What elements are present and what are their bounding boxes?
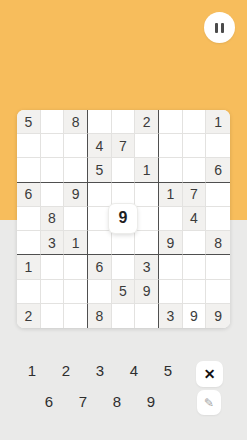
cell-r6c5[interactable] (112, 231, 136, 255)
cell-r2c7[interactable] (159, 134, 183, 158)
cell-r9c9[interactable]: 9 (206, 304, 230, 328)
cell-r9c5[interactable] (112, 304, 136, 328)
cell-r8c8[interactable] (183, 280, 207, 304)
cell-r6c8[interactable] (183, 231, 207, 255)
cell-r1c9[interactable]: 1 (206, 110, 230, 134)
pause-icon (215, 23, 224, 33)
cell-r4c9[interactable] (206, 183, 230, 207)
cell-r4c7[interactable]: 1 (159, 183, 183, 207)
cell-r9c4[interactable]: 8 (88, 304, 112, 328)
cell-r1c3[interactable]: 8 (64, 110, 88, 134)
cell-r7c4[interactable]: 6 (88, 255, 112, 279)
cell-r7c1[interactable]: 1 (17, 255, 41, 279)
numpad-5[interactable]: 5 (158, 361, 178, 381)
cell-r2c6[interactable] (135, 134, 159, 158)
cell-r1c8[interactable] (183, 110, 207, 134)
numpad-8[interactable]: 8 (107, 392, 127, 412)
cell-r8c2[interactable] (41, 280, 65, 304)
selected-cell-box: 9 (109, 204, 138, 233)
cell-r6c2[interactable]: 3 (41, 231, 65, 255)
cell-r7c3[interactable] (64, 255, 88, 279)
cell-r8c3[interactable] (64, 280, 88, 304)
cell-r3c5[interactable] (112, 158, 136, 182)
cell-r6c4[interactable] (88, 231, 112, 255)
erase-button[interactable]: ✕ (196, 361, 223, 387)
cell-r1c2[interactable] (41, 110, 65, 134)
cell-r2c8[interactable] (183, 134, 207, 158)
cell-r6c9[interactable]: 8 (206, 231, 230, 255)
cell-r1c4[interactable] (88, 110, 112, 134)
numpad-3[interactable]: 3 (90, 361, 110, 381)
cell-r9c2[interactable] (41, 304, 65, 328)
cell-r5c1[interactable] (17, 207, 41, 231)
cell-r7c9[interactable] (206, 255, 230, 279)
cell-r4c8[interactable]: 7 (183, 183, 207, 207)
pause-button[interactable] (204, 12, 235, 43)
pencil-button[interactable]: ✎ (197, 390, 221, 415)
cell-r1c1[interactable]: 5 (17, 110, 41, 134)
cell-r3c4[interactable]: 5 (88, 158, 112, 182)
cell-r8c6[interactable]: 9 (135, 280, 159, 304)
cell-r7c6[interactable]: 3 (135, 255, 159, 279)
cell-r5c9[interactable] (206, 207, 230, 231)
cell-r3c2[interactable] (41, 158, 65, 182)
cell-r5c3[interactable] (64, 207, 88, 231)
cell-r7c7[interactable] (159, 255, 183, 279)
numpad-4[interactable]: 4 (124, 361, 144, 381)
cell-r6c3[interactable]: 1 (64, 231, 88, 255)
cell-r3c7[interactable] (159, 158, 183, 182)
cell-r3c9[interactable]: 6 (206, 158, 230, 182)
cell-r8c7[interactable] (159, 280, 183, 304)
numpad-2[interactable]: 2 (56, 361, 76, 381)
cell-r8c5[interactable]: 5 (112, 280, 136, 304)
cell-r7c2[interactable] (41, 255, 65, 279)
cell-r6c6[interactable] (135, 231, 159, 255)
cell-r9c7[interactable]: 3 (159, 304, 183, 328)
cell-r3c6[interactable]: 1 (135, 158, 159, 182)
cell-r8c1[interactable] (17, 280, 41, 304)
cell-r5c5[interactable]: 9 (112, 207, 136, 231)
cell-r9c1[interactable]: 2 (17, 304, 41, 328)
cell-r3c8[interactable] (183, 158, 207, 182)
cell-r5c2[interactable]: 8 (41, 207, 65, 231)
cell-r3c3[interactable] (64, 158, 88, 182)
cell-r8c9[interactable] (206, 280, 230, 304)
numpad-7[interactable]: 7 (73, 392, 93, 412)
numpad-6[interactable]: 6 (39, 392, 59, 412)
close-icon: ✕ (204, 366, 216, 382)
cell-r1c7[interactable] (159, 110, 183, 134)
cell-r5c8[interactable]: 4 (183, 207, 207, 231)
cell-r5c7[interactable] (159, 207, 183, 231)
cell-r2c1[interactable] (17, 134, 41, 158)
numpad-9[interactable]: 9 (141, 392, 161, 412)
cell-r4c2[interactable] (41, 183, 65, 207)
sudoku-app: 582147516691789431981635928399 1 2 3 4 5… (0, 0, 247, 440)
cell-r4c4[interactable] (88, 183, 112, 207)
pencil-icon: ✎ (204, 396, 214, 410)
cell-r4c3[interactable]: 9 (64, 183, 88, 207)
cell-r2c2[interactable] (41, 134, 65, 158)
cell-r6c7[interactable]: 9 (159, 231, 183, 255)
cell-r4c6[interactable] (135, 183, 159, 207)
cell-r3c1[interactable] (17, 158, 41, 182)
sudoku-grid: 582147516691789431981635928399 (17, 110, 230, 328)
cell-r5c6[interactable] (135, 207, 159, 231)
cell-r1c6[interactable]: 2 (135, 110, 159, 134)
cell-r6c1[interactable] (17, 231, 41, 255)
cell-r2c4[interactable]: 4 (88, 134, 112, 158)
cell-r8c4[interactable] (88, 280, 112, 304)
cell-r9c8[interactable]: 9 (183, 304, 207, 328)
numpad-1[interactable]: 1 (22, 361, 42, 381)
cell-r9c3[interactable] (64, 304, 88, 328)
cell-r1c5[interactable] (112, 110, 136, 134)
cell-r7c5[interactable] (112, 255, 136, 279)
cell-r2c5[interactable]: 7 (112, 134, 136, 158)
cell-r4c1[interactable]: 6 (17, 183, 41, 207)
cell-r7c8[interactable] (183, 255, 207, 279)
cell-r2c3[interactable] (64, 134, 88, 158)
cell-r2c9[interactable] (206, 134, 230, 158)
cell-r9c6[interactable] (135, 304, 159, 328)
